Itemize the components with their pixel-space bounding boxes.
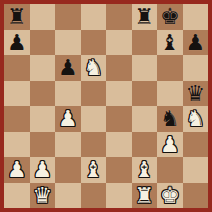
square-a3[interactable] [4, 132, 30, 158]
piece-white-pawn-c4: ♟ [58, 106, 78, 132]
square-d7[interactable] [81, 30, 107, 56]
square-b7[interactable] [30, 30, 56, 56]
square-a4[interactable] [4, 106, 30, 132]
square-d8[interactable] [81, 4, 107, 30]
square-b1[interactable]: ♛ [30, 183, 56, 209]
square-c4[interactable]: ♟ [55, 106, 81, 132]
square-g8[interactable]: ♚ [157, 4, 183, 30]
piece-black-rook-f8: ♜ [134, 4, 154, 30]
square-f4[interactable] [132, 106, 158, 132]
square-g3[interactable]: ♟ [157, 132, 183, 158]
square-e7[interactable] [106, 30, 132, 56]
piece-black-knight-g4: ♞ [160, 106, 180, 132]
square-c2[interactable] [55, 157, 81, 183]
square-f5[interactable] [132, 81, 158, 107]
square-e6[interactable] [106, 55, 132, 81]
piece-white-pawn-b2: ♟ [32, 157, 52, 183]
square-c1[interactable] [55, 183, 81, 209]
board-frame: ♜♜♚♟♝♟♟♞♛♟♞♞♟♟♟♝♝♛♜♚ [0, 0, 212, 212]
square-h1[interactable] [183, 183, 209, 209]
square-f2[interactable]: ♝ [132, 157, 158, 183]
square-e3[interactable] [106, 132, 132, 158]
square-c5[interactable] [55, 81, 81, 107]
square-a5[interactable] [4, 81, 30, 107]
square-d3[interactable] [81, 132, 107, 158]
piece-white-knight-d6: ♞ [83, 55, 103, 81]
square-e8[interactable] [106, 4, 132, 30]
square-e4[interactable] [106, 106, 132, 132]
square-e1[interactable] [106, 183, 132, 209]
piece-white-pawn-g3: ♟ [160, 132, 180, 158]
square-f1[interactable]: ♜ [132, 183, 158, 209]
square-d1[interactable] [81, 183, 107, 209]
square-h8[interactable] [183, 4, 209, 30]
square-g4[interactable]: ♞ [157, 106, 183, 132]
square-h7[interactable]: ♟ [183, 30, 209, 56]
square-c7[interactable] [55, 30, 81, 56]
square-d6[interactable]: ♞ [81, 55, 107, 81]
piece-white-rook-f1: ♜ [134, 183, 154, 209]
square-b6[interactable] [30, 55, 56, 81]
square-h4[interactable]: ♞ [183, 106, 209, 132]
square-a8[interactable]: ♜ [4, 4, 30, 30]
square-b8[interactable] [30, 4, 56, 30]
square-b3[interactable] [30, 132, 56, 158]
piece-black-bishop-g7: ♝ [160, 30, 180, 56]
square-d4[interactable] [81, 106, 107, 132]
square-b4[interactable] [30, 106, 56, 132]
piece-black-pawn-a7: ♟ [7, 30, 27, 56]
square-b2[interactable]: ♟ [30, 157, 56, 183]
square-b5[interactable] [30, 81, 56, 107]
square-d2[interactable]: ♝ [81, 157, 107, 183]
square-h3[interactable] [183, 132, 209, 158]
square-e5[interactable] [106, 81, 132, 107]
square-g1[interactable]: ♚ [157, 183, 183, 209]
square-d5[interactable] [81, 81, 107, 107]
square-f3[interactable] [132, 132, 158, 158]
piece-white-bishop-f2: ♝ [134, 157, 154, 183]
piece-black-king-g8: ♚ [160, 4, 180, 30]
piece-white-bishop-d2: ♝ [83, 157, 103, 183]
square-g2[interactable] [157, 157, 183, 183]
square-f7[interactable] [132, 30, 158, 56]
square-e2[interactable] [106, 157, 132, 183]
square-h5[interactable]: ♛ [183, 81, 209, 107]
square-a7[interactable]: ♟ [4, 30, 30, 56]
piece-black-pawn-h7: ♟ [185, 30, 205, 56]
square-c3[interactable] [55, 132, 81, 158]
piece-black-queen-h5: ♛ [185, 81, 205, 107]
square-c6[interactable]: ♟ [55, 55, 81, 81]
piece-black-pawn-c6: ♟ [58, 55, 78, 81]
piece-white-knight-h4: ♞ [185, 106, 205, 132]
square-a1[interactable] [4, 183, 30, 209]
square-a2[interactable]: ♟ [4, 157, 30, 183]
square-h6[interactable] [183, 55, 209, 81]
piece-black-rook-a8: ♜ [7, 4, 27, 30]
square-h2[interactable] [183, 157, 209, 183]
square-f6[interactable] [132, 55, 158, 81]
square-g5[interactable] [157, 81, 183, 107]
chess-board: ♜♜♚♟♝♟♟♞♛♟♞♞♟♟♟♝♝♛♜♚ [4, 4, 208, 208]
piece-white-queen-b1: ♛ [32, 183, 52, 209]
square-c8[interactable] [55, 4, 81, 30]
square-g7[interactable]: ♝ [157, 30, 183, 56]
square-a6[interactable] [4, 55, 30, 81]
piece-white-pawn-a2: ♟ [7, 157, 27, 183]
square-f8[interactable]: ♜ [132, 4, 158, 30]
piece-white-king-g1: ♚ [160, 183, 180, 209]
square-g6[interactable] [157, 55, 183, 81]
